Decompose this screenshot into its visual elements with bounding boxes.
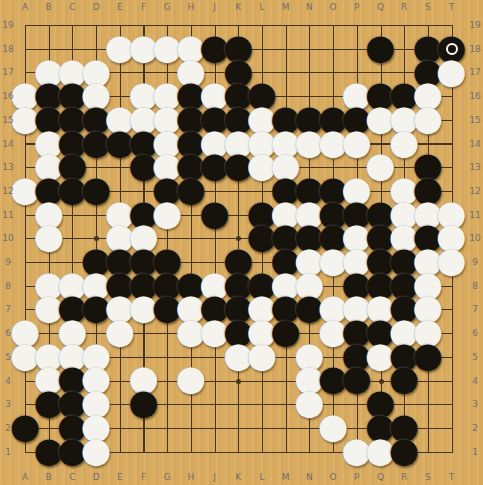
point-S3[interactable]: [416, 392, 440, 416]
row-label-right-7: 7: [472, 304, 478, 314]
point-B10[interactable]: ●: [37, 226, 61, 250]
point-K1[interactable]: [226, 440, 250, 464]
point-R1[interactable]: ●: [392, 440, 416, 464]
row-label-right-2: 2: [472, 423, 478, 433]
row-label-right-13: 13: [469, 162, 480, 172]
point-O18[interactable]: [321, 37, 345, 61]
row-label-left-3: 3: [5, 399, 11, 409]
point-O19[interactable]: [321, 13, 345, 37]
point-E2[interactable]: [108, 416, 132, 440]
row-label-right-1: 1: [472, 447, 478, 457]
row-label-left-14: 14: [2, 139, 13, 149]
row-label-right-16: 16: [469, 91, 480, 101]
row-label-right-3: 3: [472, 399, 478, 409]
row-label-left-11: 11: [2, 210, 13, 220]
row-label-right-6: 6: [472, 328, 478, 338]
point-G2[interactable]: [155, 416, 179, 440]
point-B19[interactable]: [37, 13, 61, 37]
point-H10[interactable]: [179, 226, 203, 250]
row-label-right-11: 11: [469, 210, 480, 220]
point-T2[interactable]: [440, 416, 464, 440]
col-label-top-J: J: [213, 2, 216, 12]
point-S2[interactable]: [416, 416, 440, 440]
row-label-left-18: 18: [2, 44, 13, 54]
col-label-top-E: E: [117, 2, 123, 12]
point-S5[interactable]: ●: [416, 345, 440, 369]
point-H4[interactable]: ●: [179, 368, 203, 392]
col-label-top-N: N: [306, 2, 313, 12]
point-G1[interactable]: [155, 440, 179, 464]
row-label-left-1: 1: [5, 447, 11, 457]
point-A19[interactable]: [13, 13, 37, 37]
col-label-bottom-Q: Q: [377, 472, 384, 482]
point-T1[interactable]: [440, 440, 464, 464]
col-label-top-L: L: [259, 2, 264, 12]
col-label-bottom-L: L: [259, 472, 264, 482]
point-M1[interactable]: [274, 440, 298, 464]
point-T7[interactable]: [440, 297, 464, 321]
point-M2[interactable]: [274, 416, 298, 440]
white-stone: ●: [81, 439, 112, 463]
point-K2[interactable]: [226, 416, 250, 440]
col-label-bottom-C: C: [69, 472, 75, 482]
point-E6[interactable]: ●: [108, 321, 132, 345]
white-stone: ●: [33, 225, 64, 249]
row-label-left-9: 9: [5, 257, 11, 267]
row-label-left-2: 2: [5, 423, 11, 433]
point-L1[interactable]: [250, 440, 274, 464]
row-label-right-14: 14: [469, 139, 480, 149]
point-T3[interactable]: [440, 392, 464, 416]
point-T14[interactable]: [440, 132, 464, 156]
row-label-right-4: 4: [472, 376, 478, 386]
go-board: ●●●●●●●●●●●●●●●●●●●●●●●●●●●●●●●●●●●●●●●●…: [0, 0, 483, 485]
black-stone: ●: [128, 391, 159, 415]
point-N18[interactable]: [297, 37, 321, 61]
col-label-bottom-P: P: [354, 472, 359, 482]
black-stone: ●: [389, 439, 420, 463]
point-C11[interactable]: [61, 203, 85, 227]
point-T9[interactable]: ●: [440, 250, 464, 274]
point-F2[interactable]: [132, 416, 156, 440]
point-L18[interactable]: [250, 37, 274, 61]
black-stone: ●: [199, 202, 230, 226]
col-label-bottom-G: G: [164, 472, 171, 482]
col-label-bottom-R: R: [401, 472, 407, 482]
point-N17[interactable]: [297, 61, 321, 85]
point-T6[interactable]: [440, 321, 464, 345]
col-label-top-H: H: [188, 2, 195, 12]
point-L5[interactable]: ●: [250, 345, 274, 369]
row-label-right-19: 19: [469, 20, 480, 30]
col-label-bottom-E: E: [117, 472, 123, 482]
row-label-right-15: 15: [469, 115, 480, 125]
col-label-bottom-M: M: [282, 472, 290, 482]
point-T13[interactable]: [440, 155, 464, 179]
col-label-bottom-K: K: [235, 472, 241, 482]
point-F6[interactable]: [132, 321, 156, 345]
row-label-left-7: 7: [5, 304, 11, 314]
col-label-top-T: T: [449, 2, 455, 12]
row-label-left-12: 12: [2, 186, 13, 196]
col-label-bottom-A: A: [22, 472, 28, 482]
point-H3[interactable]: [179, 392, 203, 416]
row-label-right-17: 17: [469, 67, 480, 77]
col-label-bottom-O: O: [330, 472, 337, 482]
col-label-top-G: G: [164, 2, 171, 12]
row-label-right-18: 18: [469, 44, 480, 54]
row-label-left-6: 6: [5, 328, 11, 338]
col-label-bottom-N: N: [306, 472, 313, 482]
col-label-top-F: F: [141, 2, 146, 12]
col-label-bottom-D: D: [93, 472, 100, 482]
row-label-left-4: 4: [5, 376, 11, 386]
col-label-top-M: M: [282, 2, 290, 12]
point-J4[interactable]: [203, 368, 227, 392]
col-label-top-P: P: [354, 2, 359, 12]
point-T5[interactable]: [440, 345, 464, 369]
point-K3[interactable]: [226, 392, 250, 416]
point-J1[interactable]: [203, 440, 227, 464]
point-T16[interactable]: [440, 84, 464, 108]
point-D1[interactable]: ●: [84, 440, 108, 464]
point-G3[interactable]: [155, 392, 179, 416]
point-L19[interactable]: [250, 13, 274, 37]
point-Q18[interactable]: ●: [368, 37, 392, 61]
row-label-right-10: 10: [469, 233, 480, 243]
point-M18[interactable]: [274, 37, 298, 61]
row-label-right-5: 5: [472, 352, 478, 362]
col-label-top-R: R: [401, 2, 407, 12]
col-label-bottom-J: J: [213, 472, 216, 482]
point-J2[interactable]: [203, 416, 227, 440]
row-label-left-19: 19: [2, 20, 13, 30]
row-label-left-10: 10: [2, 233, 13, 243]
col-label-bottom-T: T: [449, 472, 455, 482]
point-S15[interactable]: ●: [416, 108, 440, 132]
row-label-left-5: 5: [5, 352, 11, 362]
point-T17[interactable]: ●: [440, 61, 464, 85]
col-label-bottom-S: S: [425, 472, 431, 482]
row-label-left-8: 8: [5, 281, 11, 291]
point-S4[interactable]: [416, 368, 440, 392]
col-label-bottom-F: F: [141, 472, 146, 482]
point-H2[interactable]: [179, 416, 203, 440]
point-J11[interactable]: ●: [203, 203, 227, 227]
white-stone: ●: [247, 344, 278, 368]
col-label-top-C: C: [69, 2, 75, 12]
point-H1[interactable]: [179, 440, 203, 464]
col-label-top-K: K: [235, 2, 241, 12]
row-label-right-9: 9: [472, 257, 478, 267]
black-stone: ●: [365, 36, 396, 60]
col-label-top-O: O: [330, 2, 337, 12]
point-L2[interactable]: [250, 416, 274, 440]
col-label-top-Q: Q: [377, 2, 384, 12]
row-label-right-12: 12: [469, 186, 480, 196]
col-label-top-B: B: [46, 2, 52, 12]
point-K4[interactable]: [226, 368, 250, 392]
point-M17[interactable]: [274, 61, 298, 85]
point-L4[interactable]: [250, 368, 274, 392]
point-T8[interactable]: [440, 274, 464, 298]
point-F3[interactable]: ●: [132, 392, 156, 416]
white-stone: ●: [176, 367, 207, 391]
point-T15[interactable]: [440, 108, 464, 132]
point-N19[interactable]: [297, 13, 321, 37]
point-C19[interactable]: [61, 13, 85, 37]
point-N1[interactable]: [297, 440, 321, 464]
col-label-top-S: S: [425, 2, 431, 12]
row-label-left-16: 16: [2, 91, 13, 101]
board-grid: ●●●●●●●●●●●●●●●●●●●●●●●●●●●●●●●●●●●●●●●●…: [13, 13, 463, 463]
point-S1[interactable]: [416, 440, 440, 464]
col-label-bottom-H: H: [188, 472, 195, 482]
row-label-left-17: 17: [2, 67, 13, 77]
point-J3[interactable]: [203, 392, 227, 416]
point-M19[interactable]: [274, 13, 298, 37]
point-T4[interactable]: [440, 368, 464, 392]
row-label-left-15: 15: [2, 115, 13, 125]
point-E1[interactable]: [108, 440, 132, 464]
point-F1[interactable]: [132, 440, 156, 464]
row-label-left-13: 13: [2, 162, 13, 172]
col-label-top-A: A: [22, 2, 28, 12]
col-label-bottom-B: B: [46, 472, 52, 482]
row-label-right-8: 8: [472, 281, 478, 291]
col-label-top-D: D: [93, 2, 100, 12]
point-L3[interactable]: [250, 392, 274, 416]
